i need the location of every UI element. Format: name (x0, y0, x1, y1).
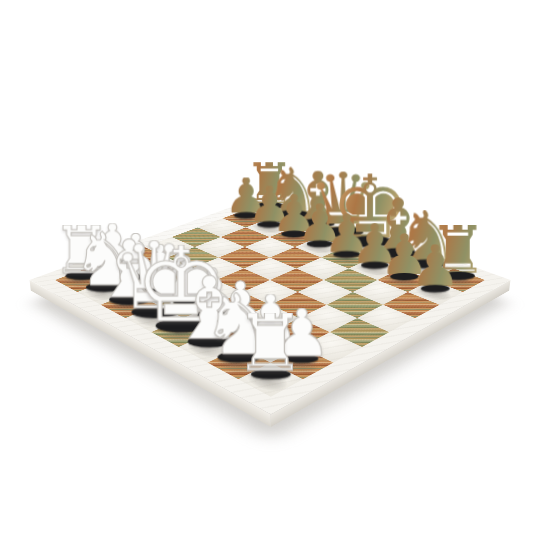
product-photo-canvas: ♜♞♝♛♚♝♞♜♟♟♟♟♟♟♟♟♟♟♟♟♟♟♟♟♜♞♝♛♚♝♞♜ (0, 0, 533, 533)
pawn-glyph: ♟ (374, 244, 497, 289)
scene: ♜♞♝♛♚♝♞♜♟♟♟♟♟♟♟♟♟♟♟♟♟♟♟♟♜♞♝♛♚♝♞♜ (0, 0, 533, 533)
white-rook-h1: ♜ (198, 313, 342, 380)
black-pawn-h7: ♟ (374, 244, 497, 292)
chess-board: ♜♞♝♛♚♝♞♜♟♟♟♟♟♟♟♟♟♟♟♟♟♟♟♟♜♞♝♛♚♝♞♜ (30, 193, 511, 414)
rook-glyph: ♜ (198, 313, 342, 375)
